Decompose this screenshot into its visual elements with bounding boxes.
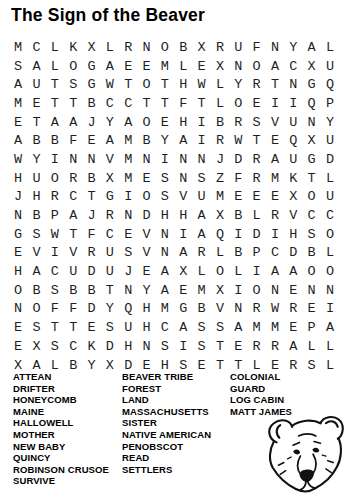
grid-cell-r7c10: N bbox=[174, 150, 192, 169]
grid-cell-r9c6: G bbox=[101, 188, 119, 207]
grid-cell-r8c13: F bbox=[229, 169, 247, 188]
grid-cell-r9c15: E bbox=[266, 188, 284, 207]
grid-cell-r7c16: U bbox=[284, 150, 302, 169]
grid-cell-r17c17: L bbox=[303, 337, 321, 356]
grid-cell-r18c12: T bbox=[211, 356, 229, 375]
grid-cell-r2c13: N bbox=[229, 57, 247, 76]
grid-cell-r2c1: S bbox=[9, 57, 27, 76]
word-search-grid: MCLKXLRNOBXRUFNYALSALOGAEEMLEXNOACXUAUTS… bbox=[9, 38, 339, 374]
grid-cell-r2c6: A bbox=[101, 57, 119, 76]
grid-cell-r1c7: R bbox=[119, 38, 137, 57]
grid-cell-r17c2: X bbox=[27, 337, 45, 356]
grid-cell-r8c9: S bbox=[156, 169, 174, 188]
grid-cell-r1c9: O bbox=[156, 38, 174, 57]
grid-cell-r6c7: M bbox=[119, 131, 137, 150]
grid-cell-r3c5: G bbox=[82, 75, 100, 94]
grid-cell-r4c9: T bbox=[156, 94, 174, 113]
grid-cell-r14c16: E bbox=[284, 281, 302, 300]
grid-cell-r9c18: U bbox=[321, 188, 339, 207]
grid-cell-r1c1: M bbox=[9, 38, 27, 57]
grid-cell-r7c17: G bbox=[303, 150, 321, 169]
grid-cell-r16c2: S bbox=[27, 318, 45, 337]
grid-cell-r13c2: A bbox=[27, 262, 45, 281]
grid-cell-r8c1: H bbox=[9, 169, 27, 188]
grid-cell-r11c8: V bbox=[137, 225, 155, 244]
grid-cell-r11c5: F bbox=[82, 225, 100, 244]
grid-cell-r17c6: D bbox=[101, 337, 119, 356]
grid-cell-r10c12: X bbox=[211, 206, 229, 225]
grid-cell-r15c12: V bbox=[211, 300, 229, 319]
grid-cell-r17c9: S bbox=[156, 337, 174, 356]
grid-cell-r6c8: B bbox=[137, 131, 155, 150]
grid-cell-r16c17: P bbox=[303, 318, 321, 337]
grid-cell-r15c14: R bbox=[247, 300, 265, 319]
grid-cell-r7c12: J bbox=[211, 150, 229, 169]
grid-cell-r13c10: X bbox=[174, 262, 192, 281]
grid-cell-r8c12: Z bbox=[211, 169, 229, 188]
grid-cell-r14c7: N bbox=[119, 281, 137, 300]
grid-cell-r8c4: R bbox=[64, 169, 82, 188]
word-item: SISTER bbox=[122, 417, 211, 429]
grid-cell-r4c8: T bbox=[137, 94, 155, 113]
grid-cell-r15c18: I bbox=[321, 300, 339, 319]
grid-cell-r13c14: I bbox=[247, 262, 265, 281]
grid-cell-r1c8: N bbox=[137, 38, 155, 57]
grid-cell-r15c15: W bbox=[266, 300, 284, 319]
grid-cell-r12c18: L bbox=[321, 244, 339, 263]
grid-cell-r8c6: X bbox=[101, 169, 119, 188]
grid-cell-r16c16: E bbox=[284, 318, 302, 337]
grid-cell-r7c15: A bbox=[266, 150, 284, 169]
grid-cell-r17c14: R bbox=[247, 337, 265, 356]
grid-cell-r17c1: E bbox=[9, 337, 27, 356]
grid-cell-r14c11: M bbox=[192, 281, 210, 300]
grid-cell-r13c18: O bbox=[321, 262, 339, 281]
grid-cell-r7c14: R bbox=[247, 150, 265, 169]
grid-cell-r1c13: U bbox=[229, 38, 247, 57]
grid-cell-r1c15: N bbox=[266, 38, 284, 57]
grid-cell-r10c17: C bbox=[303, 206, 321, 225]
grid-cell-r13c3: C bbox=[46, 262, 64, 281]
grid-cell-r5c3: A bbox=[46, 113, 64, 132]
grid-cell-r11c15: I bbox=[266, 225, 284, 244]
grid-cell-r17c8: N bbox=[137, 337, 155, 356]
grid-cell-r13c13: L bbox=[229, 262, 247, 281]
grid-cell-r2c9: M bbox=[156, 57, 174, 76]
grid-cell-r1c3: L bbox=[46, 38, 64, 57]
grid-cell-r16c6: S bbox=[101, 318, 119, 337]
grid-cell-r13c12: O bbox=[211, 262, 229, 281]
grid-cell-r7c18: D bbox=[321, 150, 339, 169]
grid-cell-r11c11: A bbox=[192, 225, 210, 244]
grid-cell-r5c5: J bbox=[82, 113, 100, 132]
grid-cell-r6c11: I bbox=[192, 131, 210, 150]
grid-cell-r7c6: V bbox=[101, 150, 119, 169]
grid-cell-r10c6: R bbox=[101, 206, 119, 225]
grid-cell-r10c7: N bbox=[119, 206, 137, 225]
grid-cell-r6c10: A bbox=[174, 131, 192, 150]
grid-cell-r8c17: T bbox=[303, 169, 321, 188]
word-item: DRIFTER bbox=[13, 383, 109, 395]
grid-cell-r6c15: E bbox=[266, 131, 284, 150]
grid-cell-r12c3: I bbox=[46, 244, 64, 263]
grid-cell-r6c16: Q bbox=[284, 131, 302, 150]
grid-cell-r9c3: R bbox=[46, 188, 64, 207]
grid-cell-r13c8: E bbox=[137, 262, 155, 281]
word-item: SETTLERS bbox=[122, 464, 211, 476]
grid-cell-r11c2: S bbox=[27, 225, 45, 244]
grid-cell-r17c18: L bbox=[321, 337, 339, 356]
grid-cell-r17c10: I bbox=[174, 337, 192, 356]
grid-cell-r4c14: E bbox=[247, 94, 265, 113]
grid-cell-r10c8: D bbox=[137, 206, 155, 225]
grid-cell-r15c11: B bbox=[192, 300, 210, 319]
grid-cell-r7c8: N bbox=[137, 150, 155, 169]
grid-cell-r3c2: U bbox=[27, 75, 45, 94]
grid-cell-r9c7: I bbox=[119, 188, 137, 207]
grid-cell-r4c10: F bbox=[174, 94, 192, 113]
grid-cell-r11c4: T bbox=[64, 225, 82, 244]
word-item: COLONIAL bbox=[230, 371, 292, 383]
grid-cell-r12c6: U bbox=[101, 244, 119, 263]
grid-cell-r13c5: D bbox=[82, 262, 100, 281]
grid-cell-r12c2: V bbox=[27, 244, 45, 263]
grid-cell-r10c15: R bbox=[266, 206, 284, 225]
worksheet-page: The Sign of the Beaver MCLKXLRNOBXRUFNYA… bbox=[0, 0, 353, 500]
grid-cell-r7c9: I bbox=[156, 150, 174, 169]
grid-cell-r11c13: I bbox=[229, 225, 247, 244]
grid-cell-r4c18: P bbox=[321, 94, 339, 113]
grid-cell-r5c13: R bbox=[229, 113, 247, 132]
grid-cell-r4c4: T bbox=[64, 94, 82, 113]
grid-cell-r15c9: M bbox=[156, 300, 174, 319]
word-item: SURVIVE bbox=[13, 475, 109, 487]
grid-cell-r5c18: Y bbox=[321, 113, 339, 132]
word-item: READ bbox=[122, 452, 211, 464]
grid-cell-r11c3: W bbox=[46, 225, 64, 244]
grid-cell-r7c4: N bbox=[64, 150, 82, 169]
grid-cell-r14c5: B bbox=[82, 281, 100, 300]
word-item: HONEYCOMB bbox=[13, 394, 109, 406]
grid-cell-r16c15: M bbox=[266, 318, 284, 337]
grid-cell-r4c6: C bbox=[101, 94, 119, 113]
grid-cell-r12c1: E bbox=[9, 244, 27, 263]
word-list-column-2: BEAVER TRIBEFORESTLANDMASSACHUSETTSSISTE… bbox=[122, 371, 211, 475]
grid-cell-r9c13: E bbox=[229, 188, 247, 207]
word-item: HALLOWELL bbox=[13, 417, 109, 429]
grid-cell-r12c11: R bbox=[192, 244, 210, 263]
grid-cell-r4c2: E bbox=[27, 94, 45, 113]
grid-cell-r17c7: H bbox=[119, 337, 137, 356]
grid-cell-r11c17: S bbox=[303, 225, 321, 244]
grid-cell-r5c14: S bbox=[247, 113, 265, 132]
word-item: NEW BABY bbox=[13, 441, 109, 453]
word-item: NATIVE AMERICAN bbox=[122, 429, 211, 441]
grid-cell-r16c5: E bbox=[82, 318, 100, 337]
grid-cell-r5c9: E bbox=[156, 113, 174, 132]
grid-cell-r3c16: N bbox=[284, 75, 302, 94]
grid-cell-r9c9: S bbox=[156, 188, 174, 207]
grid-cell-r17c4: C bbox=[64, 337, 82, 356]
grid-cell-r9c14: E bbox=[247, 188, 265, 207]
grid-cell-r6c13: W bbox=[229, 131, 247, 150]
grid-cell-r9c16: X bbox=[284, 188, 302, 207]
word-item: PENOBSCOT bbox=[122, 441, 211, 453]
grid-cell-r13c7: J bbox=[119, 262, 137, 281]
grid-cell-r4c15: I bbox=[266, 94, 284, 113]
grid-cell-r8c10: N bbox=[174, 169, 192, 188]
grid-cell-r8c5: B bbox=[82, 169, 100, 188]
grid-cell-r2c11: E bbox=[192, 57, 210, 76]
grid-cell-r17c11: S bbox=[192, 337, 210, 356]
grid-cell-r2c10: L bbox=[174, 57, 192, 76]
grid-cell-r12c5: R bbox=[82, 244, 100, 263]
grid-cell-r6c1: A bbox=[9, 131, 27, 150]
grid-cell-r11c16: H bbox=[284, 225, 302, 244]
grid-cell-r6c5: E bbox=[82, 131, 100, 150]
grid-cell-r8c3: O bbox=[46, 169, 64, 188]
grid-cell-r2c7: E bbox=[119, 57, 137, 76]
grid-cell-r16c11: S bbox=[192, 318, 210, 337]
grid-cell-r14c12: X bbox=[211, 281, 229, 300]
grid-cell-r10c13: B bbox=[229, 206, 247, 225]
grid-cell-r2c18: U bbox=[321, 57, 339, 76]
grid-cell-r10c10: H bbox=[174, 206, 192, 225]
word-item: FOREST bbox=[122, 383, 211, 395]
grid-cell-r14c4: B bbox=[64, 281, 82, 300]
grid-cell-r16c9: C bbox=[156, 318, 174, 337]
grid-cell-r1c14: F bbox=[247, 38, 265, 57]
grid-cell-r3c1: A bbox=[9, 75, 27, 94]
grid-cell-r6c9: Y bbox=[156, 131, 174, 150]
grid-cell-r11c10: I bbox=[174, 225, 192, 244]
grid-cell-r15c3: F bbox=[46, 300, 64, 319]
grid-cell-r11c18: O bbox=[321, 225, 339, 244]
grid-cell-r2c15: A bbox=[266, 57, 284, 76]
grid-cell-r4c13: O bbox=[229, 94, 247, 113]
grid-cell-r5c8: O bbox=[137, 113, 155, 132]
grid-cell-r1c17: A bbox=[303, 38, 321, 57]
grid-cell-r3c15: T bbox=[266, 75, 284, 94]
grid-cell-r9c4: C bbox=[64, 188, 82, 207]
word-item: QUINCY bbox=[13, 452, 109, 464]
grid-cell-r10c18: C bbox=[321, 206, 339, 225]
grid-cell-r14c1: O bbox=[9, 281, 27, 300]
grid-cell-r13c16: A bbox=[284, 262, 302, 281]
grid-cell-r17c12: T bbox=[211, 337, 229, 356]
grid-cell-r5c17: N bbox=[303, 113, 321, 132]
grid-cell-r2c12: X bbox=[211, 57, 229, 76]
grid-cell-r15c8: H bbox=[137, 300, 155, 319]
grid-cell-r2c14: O bbox=[247, 57, 265, 76]
grid-cell-r1c2: C bbox=[27, 38, 45, 57]
word-item: MASSACHUSETTS bbox=[122, 406, 211, 418]
grid-cell-r7c11: N bbox=[192, 150, 210, 169]
grid-cell-r15c1: N bbox=[9, 300, 27, 319]
grid-cell-r7c3: I bbox=[46, 150, 64, 169]
grid-cell-r5c12: B bbox=[211, 113, 229, 132]
grid-cell-r1c6: L bbox=[101, 38, 119, 57]
grid-cell-r3c8: O bbox=[137, 75, 155, 94]
grid-cell-r2c4: O bbox=[64, 57, 82, 76]
grid-cell-r15c10: G bbox=[174, 300, 192, 319]
grid-cell-r2c5: G bbox=[82, 57, 100, 76]
grid-cell-r1c4: K bbox=[64, 38, 82, 57]
grid-cell-r9c2: H bbox=[27, 188, 45, 207]
grid-cell-r2c16: C bbox=[284, 57, 302, 76]
word-item: MOTHER bbox=[13, 429, 109, 441]
grid-cell-r4c16: I bbox=[284, 94, 302, 113]
grid-cell-r12c14: P bbox=[247, 244, 265, 263]
grid-cell-r14c15: N bbox=[266, 281, 284, 300]
grid-cell-r2c2: A bbox=[27, 57, 45, 76]
grid-cell-r9c8: O bbox=[137, 188, 155, 207]
grid-cell-r12c15: C bbox=[266, 244, 284, 263]
grid-cell-r16c18: A bbox=[321, 318, 339, 337]
word-item: BEAVER TRIBE bbox=[122, 371, 211, 383]
grid-cell-r15c16: R bbox=[284, 300, 302, 319]
grid-cell-r17c5: K bbox=[82, 337, 100, 356]
grid-cell-r14c9: A bbox=[156, 281, 174, 300]
grid-cell-r14c6: T bbox=[101, 281, 119, 300]
grid-cell-r3c3: T bbox=[46, 75, 64, 94]
grid-cell-r4c7: C bbox=[119, 94, 137, 113]
grid-cell-r3c12: L bbox=[211, 75, 229, 94]
grid-cell-r11c14: D bbox=[247, 225, 265, 244]
grid-cell-r14c8: Y bbox=[137, 281, 155, 300]
word-item: MAINE bbox=[13, 406, 109, 418]
grid-cell-r6c18: U bbox=[321, 131, 339, 150]
grid-cell-r16c10: A bbox=[174, 318, 192, 337]
grid-cell-r3c4: S bbox=[64, 75, 82, 94]
grid-cell-r14c10: E bbox=[174, 281, 192, 300]
grid-cell-r16c7: U bbox=[119, 318, 137, 337]
grid-cell-r9c12: M bbox=[211, 188, 229, 207]
grid-cell-r16c12: S bbox=[211, 318, 229, 337]
grid-cell-r6c3: B bbox=[46, 131, 64, 150]
grid-cell-r16c8: H bbox=[137, 318, 155, 337]
grid-cell-r15c4: F bbox=[64, 300, 82, 319]
grid-cell-r10c14: L bbox=[247, 206, 265, 225]
grid-cell-r5c15: V bbox=[266, 113, 284, 132]
grid-cell-r16c14: M bbox=[247, 318, 265, 337]
grid-cell-r5c7: A bbox=[119, 113, 137, 132]
grid-cell-r12c7: S bbox=[119, 244, 137, 263]
grid-cell-r15c5: D bbox=[82, 300, 100, 319]
grid-cell-r11c6: C bbox=[101, 225, 119, 244]
grid-cell-r14c2: B bbox=[27, 281, 45, 300]
grid-cell-r8c16: K bbox=[284, 169, 302, 188]
grid-cell-r2c8: E bbox=[137, 57, 155, 76]
grid-cell-r4c1: M bbox=[9, 94, 27, 113]
grid-cell-r8c14: R bbox=[247, 169, 265, 188]
grid-cell-r1c10: B bbox=[174, 38, 192, 57]
grid-cell-r9c11: U bbox=[192, 188, 210, 207]
grid-cell-r10c3: P bbox=[46, 206, 64, 225]
grid-cell-r6c14: T bbox=[247, 131, 265, 150]
grid-cell-r7c7: M bbox=[119, 150, 137, 169]
grid-cell-r3c13: Y bbox=[229, 75, 247, 94]
word-item: GUARD bbox=[230, 383, 292, 395]
grid-cell-r1c12: R bbox=[211, 38, 229, 57]
grid-cell-r10c4: A bbox=[64, 206, 82, 225]
grid-cell-r15c6: Y bbox=[101, 300, 119, 319]
grid-cell-r12c17: B bbox=[303, 244, 321, 263]
grid-cell-r9c5: T bbox=[82, 188, 100, 207]
grid-cell-r10c9: H bbox=[156, 206, 174, 225]
grid-cell-r7c5: N bbox=[82, 150, 100, 169]
grid-cell-r3c14: R bbox=[247, 75, 265, 94]
grid-cell-r3c10: H bbox=[174, 75, 192, 94]
grid-cell-r10c1: N bbox=[9, 206, 27, 225]
grid-cell-r1c11: X bbox=[192, 38, 210, 57]
grid-cell-r10c16: V bbox=[284, 206, 302, 225]
grid-cell-r8c7: M bbox=[119, 169, 137, 188]
grid-cell-r7c2: Y bbox=[27, 150, 45, 169]
grid-cell-r6c17: X bbox=[303, 131, 321, 150]
grid-cell-r17c3: S bbox=[46, 337, 64, 356]
grid-cell-r8c2: U bbox=[27, 169, 45, 188]
grid-cell-r5c2: T bbox=[27, 113, 45, 132]
grid-cell-r6c4: F bbox=[64, 131, 82, 150]
page-title: The Sign of the Beaver bbox=[11, 5, 205, 26]
grid-cell-r3c6: W bbox=[101, 75, 119, 94]
grid-cell-r5c6: Y bbox=[101, 113, 119, 132]
grid-cell-r2c3: L bbox=[46, 57, 64, 76]
grid-cell-r6c6: A bbox=[101, 131, 119, 150]
grid-cell-r10c11: A bbox=[192, 206, 210, 225]
grid-cell-r12c13: B bbox=[229, 244, 247, 263]
grid-cell-r8c11: S bbox=[192, 169, 210, 188]
grid-cell-r13c11: L bbox=[192, 262, 210, 281]
grid-cell-r5c10: H bbox=[174, 113, 192, 132]
grid-cell-r18c17: S bbox=[303, 356, 321, 375]
grid-cell-r12c4: V bbox=[64, 244, 82, 263]
grid-cell-r14c18: N bbox=[321, 281, 339, 300]
grid-cell-r13c1: H bbox=[9, 262, 27, 281]
grid-cell-r7c13: D bbox=[229, 150, 247, 169]
grid-cell-r4c3: T bbox=[46, 94, 64, 113]
grid-cell-r12c12: L bbox=[211, 244, 229, 263]
grid-cell-r11c1: G bbox=[9, 225, 27, 244]
grid-cell-r15c2: O bbox=[27, 300, 45, 319]
grid-cell-r5c4: A bbox=[64, 113, 82, 132]
word-list-column-3: COLONIALGUARDLOG CABINMATT JAMES bbox=[230, 371, 292, 417]
grid-cell-r17c15: R bbox=[266, 337, 284, 356]
grid-cell-r5c1: E bbox=[9, 113, 27, 132]
grid-cell-r3c17: G bbox=[303, 75, 321, 94]
grid-cell-r4c17: Q bbox=[303, 94, 321, 113]
grid-cell-r13c15: A bbox=[266, 262, 284, 281]
grid-cell-r16c1: E bbox=[9, 318, 27, 337]
grid-cell-r2c17: X bbox=[303, 57, 321, 76]
grid-cell-r14c13: I bbox=[229, 281, 247, 300]
grid-cell-r3c9: T bbox=[156, 75, 174, 94]
grid-cell-r9c17: O bbox=[303, 188, 321, 207]
grid-cell-r6c2: B bbox=[27, 131, 45, 150]
grid-cell-r11c12: Q bbox=[211, 225, 229, 244]
grid-cell-r5c16: U bbox=[284, 113, 302, 132]
grid-cell-r17c16: A bbox=[284, 337, 302, 356]
grid-cell-r12c16: D bbox=[284, 244, 302, 263]
grid-cell-r15c17: E bbox=[303, 300, 321, 319]
grid-cell-r8c8: E bbox=[137, 169, 155, 188]
bear-icon bbox=[258, 415, 350, 499]
grid-cell-r15c13: N bbox=[229, 300, 247, 319]
grid-cell-r3c18: Q bbox=[321, 75, 339, 94]
grid-cell-r14c3: S bbox=[46, 281, 64, 300]
grid-cell-r3c11: W bbox=[192, 75, 210, 94]
